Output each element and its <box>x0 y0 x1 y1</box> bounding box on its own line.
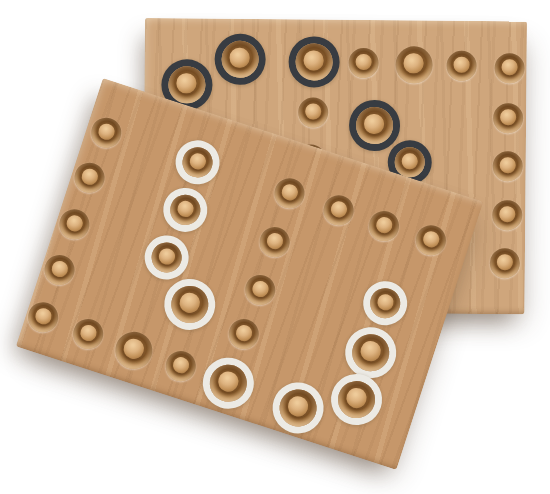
front-board-hole-3[interactable] <box>55 205 93 243</box>
front-board-hole-18-ring-marked[interactable] <box>166 280 213 327</box>
front-board-hole-13[interactable] <box>320 191 358 229</box>
front-board-hole-5[interactable] <box>24 298 62 336</box>
front-board-hole-12[interactable] <box>271 174 309 212</box>
front-board-hole-19[interactable] <box>256 223 294 261</box>
back-board-hole-8[interactable] <box>348 48 378 78</box>
back-board-hole-21[interactable] <box>298 97 328 127</box>
back-board-hole-10-ring-marked[interactable] <box>221 40 258 77</box>
front-board-hole-22-ring-marked[interactable] <box>366 284 404 322</box>
front-board-hole-8[interactable] <box>162 347 200 385</box>
back-board-hole-7[interactable] <box>395 46 432 83</box>
front-board-hole-24-ring-marked[interactable] <box>333 376 380 423</box>
front-board-hole-16-ring-marked[interactable] <box>166 191 204 229</box>
front-board-hole-17-ring-marked[interactable] <box>148 239 186 277</box>
front-board-hole-15[interactable] <box>412 221 450 259</box>
front-board-hole-1[interactable] <box>87 114 125 152</box>
back-board-hole-2[interactable] <box>492 200 522 230</box>
front-board-hole-14[interactable] <box>365 207 403 245</box>
front-board-hole-6[interactable] <box>69 315 107 353</box>
back-board-hole-9-ring-marked[interactable] <box>295 43 332 80</box>
back-board-hole-18-ring-marked[interactable] <box>355 106 392 143</box>
front-board-hole-2[interactable] <box>71 159 109 197</box>
back-board-hole-6[interactable] <box>446 51 476 81</box>
back-board-hole-17-ring-marked[interactable] <box>395 147 425 177</box>
back-board-hole-5[interactable] <box>494 53 524 83</box>
front-board-hole-23-ring-marked[interactable] <box>347 329 394 376</box>
front-board-hole-21[interactable] <box>225 315 263 353</box>
front-board-hole-4[interactable] <box>41 251 79 289</box>
front-board-hole-20[interactable] <box>241 271 279 309</box>
front-board-hole-9-ring-marked[interactable] <box>205 359 252 406</box>
back-board-hole-24-ring-marked[interactable] <box>168 66 205 103</box>
front-board-hole-11-ring-marked[interactable] <box>179 143 217 181</box>
front-board-hole-10-ring-marked[interactable] <box>274 384 321 431</box>
back-board-hole-1[interactable] <box>490 248 520 278</box>
product-photo-scene <box>0 0 550 494</box>
back-board-hole-4[interactable] <box>493 103 523 133</box>
back-board-hole-3[interactable] <box>493 151 523 181</box>
front-board-hole-7[interactable] <box>110 326 157 373</box>
